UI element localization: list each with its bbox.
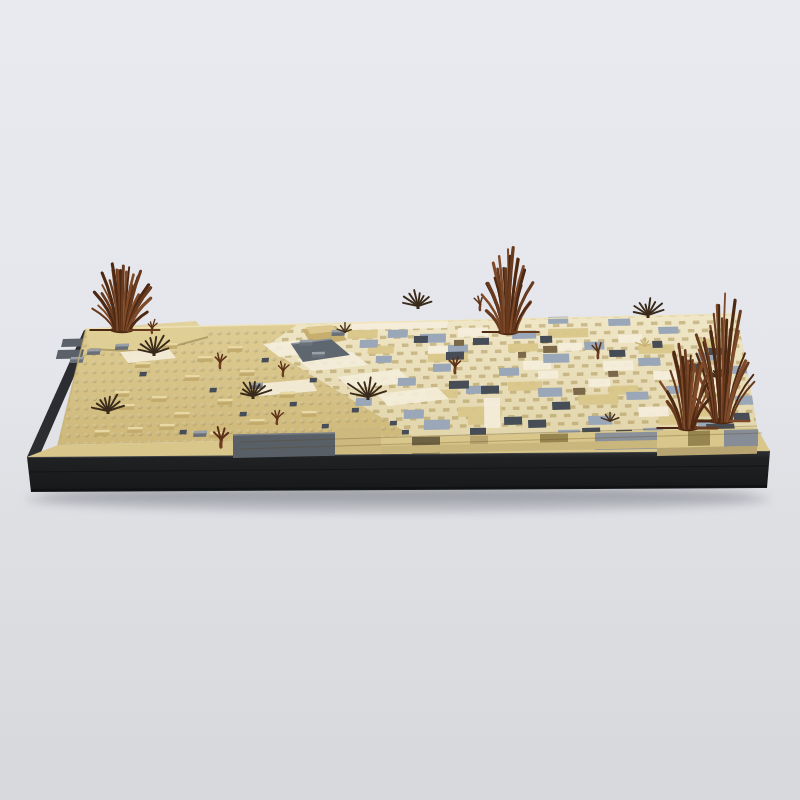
diorama-scene — [0, 0, 800, 800]
lego-diorama-render — [0, 0, 800, 800]
